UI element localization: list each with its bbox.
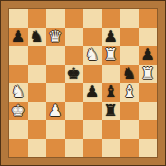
square-d8[interactable] (65, 9, 84, 28)
square-e5[interactable] (83, 65, 102, 84)
square-c5[interactable] (46, 65, 65, 84)
piece-black-rook[interactable]: ♜ (104, 102, 118, 118)
square-c2[interactable] (46, 120, 65, 139)
piece-white-knight[interactable]: ♞ (85, 47, 99, 63)
piece-black-pawn[interactable]: ♟ (104, 28, 118, 44)
piece-black-knight[interactable]: ♞ (122, 65, 136, 81)
piece-black-pawn[interactable]: ♟ (141, 47, 155, 63)
square-a3[interactable]: ♚ (9, 102, 28, 121)
chess-board: ♟♞♛♟♞♜♟♚♞♜♞♟♝♝♚♟♜ (8, 8, 158, 158)
square-c6[interactable] (46, 46, 65, 65)
square-g2[interactable] (120, 120, 139, 139)
square-e7[interactable] (83, 28, 102, 47)
square-b5[interactable] (28, 65, 47, 84)
square-d1[interactable] (65, 139, 84, 158)
square-b8[interactable] (28, 9, 47, 28)
piece-white-queen[interactable]: ♛ (48, 28, 62, 44)
square-c1[interactable] (46, 139, 65, 158)
square-h2[interactable] (139, 120, 158, 139)
square-a2[interactable] (9, 120, 28, 139)
piece-black-king[interactable]: ♚ (67, 65, 81, 81)
square-f8[interactable] (102, 9, 121, 28)
square-a5[interactable] (9, 65, 28, 84)
piece-white-bishop[interactable]: ♝ (122, 84, 136, 100)
square-f5[interactable] (102, 65, 121, 84)
square-g8[interactable] (120, 9, 139, 28)
square-b1[interactable] (28, 139, 47, 158)
square-e3[interactable] (83, 102, 102, 121)
square-h6[interactable]: ♟ (139, 46, 158, 65)
square-c8[interactable] (46, 9, 65, 28)
square-h3[interactable] (139, 102, 158, 121)
piece-white-knight[interactable]: ♞ (11, 84, 25, 100)
piece-black-pawn[interactable]: ♟ (85, 84, 99, 100)
square-f6[interactable]: ♜ (102, 46, 121, 65)
square-a1[interactable] (9, 139, 28, 158)
square-h7[interactable] (139, 28, 158, 47)
piece-white-rook[interactable]: ♜ (141, 65, 155, 81)
square-f4[interactable]: ♝ (102, 83, 121, 102)
square-h4[interactable] (139, 83, 158, 102)
square-e8[interactable] (83, 9, 102, 28)
chess-board-frame: ♟♞♛♟♞♜♟♚♞♜♞♟♝♝♚♟♜ (0, 0, 166, 166)
piece-black-pawn[interactable]: ♟ (11, 28, 25, 44)
square-g5[interactable]: ♞ (120, 65, 139, 84)
piece-white-rook[interactable]: ♜ (104, 47, 118, 63)
piece-black-bishop[interactable]: ♝ (104, 84, 118, 100)
square-c7[interactable]: ♛ (46, 28, 65, 47)
square-b2[interactable] (28, 120, 47, 139)
square-c4[interactable] (46, 83, 65, 102)
square-d7[interactable] (65, 28, 84, 47)
square-c3[interactable]: ♟ (46, 102, 65, 121)
piece-black-knight[interactable]: ♞ (30, 28, 44, 44)
square-b7[interactable]: ♞ (28, 28, 47, 47)
square-g3[interactable] (120, 102, 139, 121)
square-e1[interactable] (83, 139, 102, 158)
square-a4[interactable]: ♞ (9, 83, 28, 102)
square-e2[interactable] (83, 120, 102, 139)
square-g4[interactable]: ♝ (120, 83, 139, 102)
square-f7[interactable]: ♟ (102, 28, 121, 47)
square-a7[interactable]: ♟ (9, 28, 28, 47)
square-g1[interactable] (120, 139, 139, 158)
square-e6[interactable]: ♞ (83, 46, 102, 65)
square-d6[interactable] (65, 46, 84, 65)
square-b4[interactable] (28, 83, 47, 102)
square-e4[interactable]: ♟ (83, 83, 102, 102)
square-b6[interactable] (28, 46, 47, 65)
piece-white-pawn[interactable]: ♟ (48, 102, 62, 118)
square-h5[interactable]: ♜ (139, 65, 158, 84)
square-g6[interactable] (120, 46, 139, 65)
square-a6[interactable] (9, 46, 28, 65)
square-f2[interactable] (102, 120, 121, 139)
square-d2[interactable] (65, 120, 84, 139)
square-h8[interactable] (139, 9, 158, 28)
square-b3[interactable] (28, 102, 47, 121)
square-a8[interactable] (9, 9, 28, 28)
square-d3[interactable] (65, 102, 84, 121)
square-h1[interactable] (139, 139, 158, 158)
square-g7[interactable] (120, 28, 139, 47)
square-d4[interactable] (65, 83, 84, 102)
square-f3[interactable]: ♜ (102, 102, 121, 121)
square-f1[interactable] (102, 139, 121, 158)
piece-white-king[interactable]: ♚ (11, 102, 25, 118)
square-d5[interactable]: ♚ (65, 65, 84, 84)
